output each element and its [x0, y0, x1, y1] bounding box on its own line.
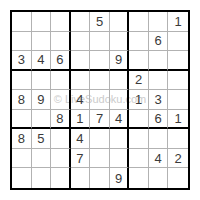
cell-r3c8[interactable] — [149, 51, 169, 71]
cell-r9c9[interactable] — [168, 168, 188, 188]
cell-r1c3[interactable] — [51, 12, 71, 32]
cell-r7c6[interactable] — [110, 129, 130, 149]
cell-r3c9[interactable] — [168, 51, 188, 71]
cell-r7c7[interactable] — [129, 129, 149, 149]
cell-r3c2[interactable]: 4 — [32, 51, 52, 71]
cell-r5c4[interactable]: 4 — [71, 90, 91, 110]
cell-r2c1[interactable] — [12, 32, 32, 52]
cell-r6c1[interactable] — [12, 110, 32, 130]
cell-r4c6[interactable] — [110, 71, 130, 91]
cell-r8c1[interactable] — [12, 149, 32, 169]
cell-r2c3[interactable] — [51, 32, 71, 52]
cell-r1c2[interactable] — [32, 12, 52, 32]
sudoku-board: 51634692894138174618547429 — [10, 10, 190, 190]
cell-r7c3[interactable] — [51, 129, 71, 149]
cell-r4c7[interactable]: 2 — [129, 71, 149, 91]
cell-r5c6[interactable] — [110, 90, 130, 110]
cell-r7c9[interactable] — [168, 129, 188, 149]
cell-r2c6[interactable] — [110, 32, 130, 52]
cell-r6c3[interactable]: 8 — [51, 110, 71, 130]
cell-r5c2[interactable]: 9 — [32, 90, 52, 110]
cell-r8c7[interactable] — [129, 149, 149, 169]
cell-r4c8[interactable] — [149, 71, 169, 91]
cell-r2c5[interactable] — [90, 32, 110, 52]
cell-r1c1[interactable] — [12, 12, 32, 32]
cell-r3c4[interactable] — [71, 51, 91, 71]
cell-r9c8[interactable] — [149, 168, 169, 188]
cell-r4c2[interactable] — [32, 71, 52, 91]
cell-r6c6[interactable]: 4 — [110, 110, 130, 130]
cell-r9c2[interactable] — [32, 168, 52, 188]
cell-r8c5[interactable] — [90, 149, 110, 169]
cell-r8c3[interactable] — [51, 149, 71, 169]
cell-r6c8[interactable]: 6 — [149, 110, 169, 130]
cell-r6c2[interactable] — [32, 110, 52, 130]
cell-r5c5[interactable] — [90, 90, 110, 110]
cell-r9c3[interactable] — [51, 168, 71, 188]
cell-r6c7[interactable] — [129, 110, 149, 130]
cell-r1c6[interactable] — [110, 12, 130, 32]
cell-r4c3[interactable] — [51, 71, 71, 91]
cell-r7c2[interactable]: 5 — [32, 129, 52, 149]
cell-r1c7[interactable] — [129, 12, 149, 32]
cell-r4c4[interactable] — [71, 71, 91, 91]
cell-r8c8[interactable]: 4 — [149, 149, 169, 169]
cell-r1c8[interactable] — [149, 12, 169, 32]
cell-r6c9[interactable]: 1 — [168, 110, 188, 130]
cell-r4c1[interactable] — [12, 71, 32, 91]
cell-r3c1[interactable]: 3 — [12, 51, 32, 71]
cell-r9c1[interactable] — [12, 168, 32, 188]
cell-r4c9[interactable] — [168, 71, 188, 91]
cell-r8c9[interactable]: 2 — [168, 149, 188, 169]
cell-r5c9[interactable] — [168, 90, 188, 110]
cell-r8c2[interactable] — [32, 149, 52, 169]
cell-r5c1[interactable]: 8 — [12, 90, 32, 110]
cell-r9c4[interactable] — [71, 168, 91, 188]
cell-r2c4[interactable] — [71, 32, 91, 52]
cell-r5c7[interactable]: 1 — [129, 90, 149, 110]
cell-r6c4[interactable]: 1 — [71, 110, 91, 130]
cell-r4c5[interactable] — [90, 71, 110, 91]
cell-r3c5[interactable] — [90, 51, 110, 71]
cell-r9c6[interactable]: 9 — [110, 168, 130, 188]
cell-r7c5[interactable] — [90, 129, 110, 149]
cell-r5c8[interactable]: 3 — [149, 90, 169, 110]
cell-r1c9[interactable]: 1 — [168, 12, 188, 32]
page: © LiveSudoku.com 51634692894138174618547… — [0, 0, 200, 200]
cell-r2c9[interactable] — [168, 32, 188, 52]
cell-r1c4[interactable] — [71, 12, 91, 32]
cell-r7c8[interactable] — [149, 129, 169, 149]
cell-r8c4[interactable]: 7 — [71, 149, 91, 169]
cell-r2c8[interactable]: 6 — [149, 32, 169, 52]
cell-r7c1[interactable]: 8 — [12, 129, 32, 149]
cell-r7c4[interactable]: 4 — [71, 129, 91, 149]
cell-r3c7[interactable] — [129, 51, 149, 71]
cell-r2c2[interactable] — [32, 32, 52, 52]
cell-r3c6[interactable]: 9 — [110, 51, 130, 71]
cell-r8c6[interactable] — [110, 149, 130, 169]
cell-r6c5[interactable]: 7 — [90, 110, 110, 130]
cell-r9c7[interactable] — [129, 168, 149, 188]
cell-r2c7[interactable] — [129, 32, 149, 52]
cell-r9c5[interactable] — [90, 168, 110, 188]
cell-r5c3[interactable] — [51, 90, 71, 110]
cell-r3c3[interactable]: 6 — [51, 51, 71, 71]
cell-r1c5[interactable]: 5 — [90, 12, 110, 32]
